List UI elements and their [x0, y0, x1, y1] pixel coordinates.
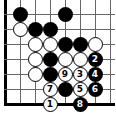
black-stone[interactable] — [28, 22, 43, 37]
intersection[interactable] — [43, 67, 58, 82]
intersection[interactable] — [103, 52, 116, 67]
go-diagram: 293475618 — [0, 0, 115, 116]
intersection[interactable] — [0, 97, 13, 112]
intersection[interactable]: 1 — [43, 97, 58, 112]
white-stone[interactable]: 9 — [58, 67, 73, 82]
intersection[interactable] — [28, 22, 43, 37]
intersection[interactable]: 6 — [88, 82, 103, 97]
intersection[interactable] — [0, 7, 13, 22]
intersection[interactable] — [103, 67, 116, 82]
white-stone[interactable]: 3 — [73, 67, 88, 82]
intersection[interactable] — [88, 7, 103, 22]
intersection[interactable] — [58, 82, 73, 97]
intersection[interactable] — [28, 97, 43, 112]
intersection[interactable] — [43, 22, 58, 37]
intersection[interactable] — [88, 22, 103, 37]
intersection[interactable] — [13, 37, 28, 52]
move-number-label: 4 — [92, 70, 98, 79]
white-stone[interactable] — [28, 37, 43, 52]
move-number-label: 5 — [77, 85, 83, 94]
move-number-label: 9 — [62, 70, 68, 79]
intersection[interactable] — [103, 22, 116, 37]
intersection[interactable] — [43, 52, 58, 67]
intersection[interactable] — [28, 37, 43, 52]
black-stone[interactable]: 8 — [73, 97, 88, 112]
intersection[interactable] — [58, 7, 73, 22]
intersection[interactable] — [0, 37, 13, 52]
intersection[interactable] — [73, 7, 88, 22]
intersection[interactable]: 2 — [88, 52, 103, 67]
intersection[interactable] — [13, 67, 28, 82]
black-stone[interactable]: 6 — [88, 82, 103, 97]
intersection[interactable] — [0, 22, 13, 37]
intersection[interactable] — [13, 82, 28, 97]
intersection[interactable]: 4 — [88, 67, 103, 82]
intersection[interactable] — [43, 7, 58, 22]
black-stone[interactable] — [13, 7, 28, 22]
intersection[interactable] — [13, 52, 28, 67]
white-stone[interactable] — [13, 22, 28, 37]
black-stone[interactable] — [43, 52, 58, 67]
black-stone[interactable] — [58, 37, 73, 52]
intersection[interactable] — [43, 37, 58, 52]
intersection[interactable] — [28, 7, 43, 22]
black-stone[interactable] — [73, 37, 88, 52]
intersection[interactable] — [103, 97, 116, 112]
move-number-label: 6 — [92, 85, 98, 94]
intersection[interactable] — [28, 82, 43, 97]
white-stone[interactable] — [43, 37, 58, 52]
white-stone[interactable]: 1 — [43, 97, 58, 112]
intersection[interactable] — [0, 82, 13, 97]
intersection[interactable] — [88, 37, 103, 52]
white-stone[interactable]: 5 — [73, 82, 88, 97]
intersection[interactable] — [58, 37, 73, 52]
intersection[interactable] — [103, 7, 116, 22]
intersection[interactable] — [13, 97, 28, 112]
stones-layer: 293475618 — [0, 7, 115, 112]
black-stone[interactable]: 2 — [88, 52, 103, 67]
go-board[interactable]: 293475618 — [0, 0, 115, 116]
intersection[interactable] — [73, 37, 88, 52]
intersection[interactable]: 8 — [73, 97, 88, 112]
intersection[interactable] — [58, 22, 73, 37]
intersection[interactable] — [73, 52, 88, 67]
intersection[interactable] — [0, 67, 13, 82]
intersection[interactable] — [28, 67, 43, 82]
intersection[interactable] — [0, 52, 13, 67]
intersection[interactable] — [13, 7, 28, 22]
black-stone[interactable] — [43, 22, 58, 37]
intersection[interactable]: 7 — [43, 82, 58, 97]
intersection[interactable]: 3 — [73, 67, 88, 82]
intersection[interactable] — [103, 82, 116, 97]
black-stone[interactable] — [58, 7, 73, 22]
intersection[interactable] — [73, 22, 88, 37]
move-number-label: 8 — [77, 100, 83, 109]
black-stone[interactable] — [43, 67, 58, 82]
white-stone[interactable] — [28, 52, 43, 67]
intersection[interactable] — [103, 37, 116, 52]
white-stone[interactable] — [28, 67, 43, 82]
white-stone[interactable]: 7 — [43, 82, 58, 97]
black-stone[interactable] — [58, 82, 73, 97]
intersection[interactable]: 5 — [73, 82, 88, 97]
white-stone[interactable] — [73, 52, 88, 67]
intersection[interactable]: 9 — [58, 67, 73, 82]
move-number-label: 7 — [47, 85, 53, 94]
white-stone[interactable] — [58, 52, 73, 67]
intersection[interactable] — [58, 52, 73, 67]
intersection[interactable] — [28, 52, 43, 67]
move-number-label: 3 — [77, 70, 83, 79]
move-number-label: 1 — [47, 100, 53, 109]
white-stone[interactable] — [88, 37, 103, 52]
black-stone[interactable]: 4 — [88, 67, 103, 82]
intersection[interactable] — [58, 97, 73, 112]
intersection[interactable] — [88, 97, 103, 112]
intersection[interactable] — [13, 22, 28, 37]
move-number-label: 2 — [92, 55, 98, 64]
